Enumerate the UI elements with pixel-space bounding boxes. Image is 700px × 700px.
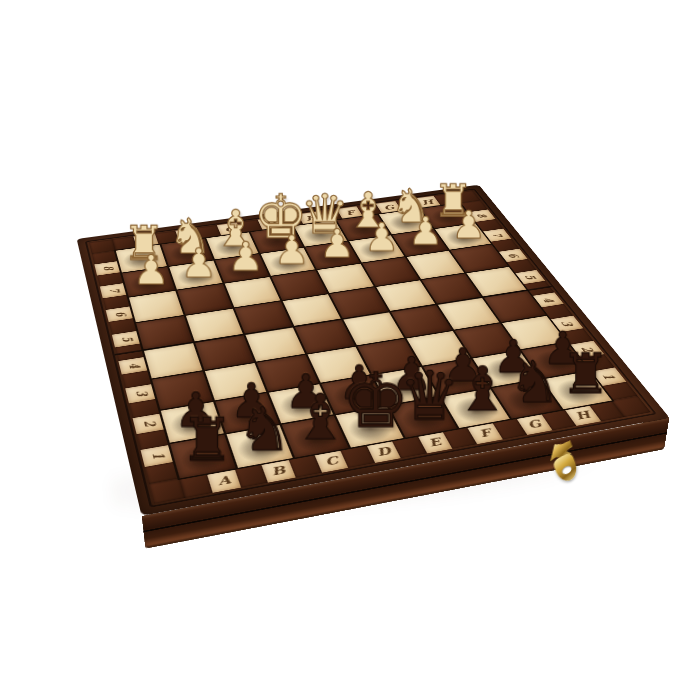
black-rook-glyph: ♜ bbox=[561, 347, 610, 402]
black-knight-glyph: ♞ bbox=[237, 399, 291, 460]
white-pawn-glyph: ♟ bbox=[181, 244, 217, 284]
white-pawn-glyph: ♟ bbox=[320, 224, 355, 263]
clasp-hole-icon bbox=[561, 465, 573, 476]
black-bishop-glyph: ♝ bbox=[455, 360, 509, 420]
piece-white-pawn-d7[interactable]: ♟ bbox=[260, 247, 317, 276]
black-rook-glyph: ♜ bbox=[180, 411, 233, 470]
black-king-glyph: ♚ bbox=[342, 364, 410, 439]
white-pawn-glyph: ♟ bbox=[228, 237, 264, 277]
white-pawn-glyph: ♟ bbox=[364, 218, 399, 257]
piece-white-pawn-c7[interactable]: ♟ bbox=[214, 253, 270, 283]
chess-set-photo: ABCDEFGH ABCDEFGH 87654321 87654321 ♜♞♝♚… bbox=[0, 0, 700, 700]
white-pawn-glyph: ♟ bbox=[408, 212, 443, 251]
white-pawn-glyph: ♟ bbox=[133, 250, 169, 291]
white-pawn-glyph: ♟ bbox=[274, 231, 309, 271]
black-bishop-glyph: ♝ bbox=[293, 387, 349, 449]
piece-white-pawn-a7[interactable]: ♟ bbox=[121, 266, 176, 297]
black-knight-glyph: ♞ bbox=[509, 353, 561, 411]
brass-clasp bbox=[548, 438, 578, 498]
